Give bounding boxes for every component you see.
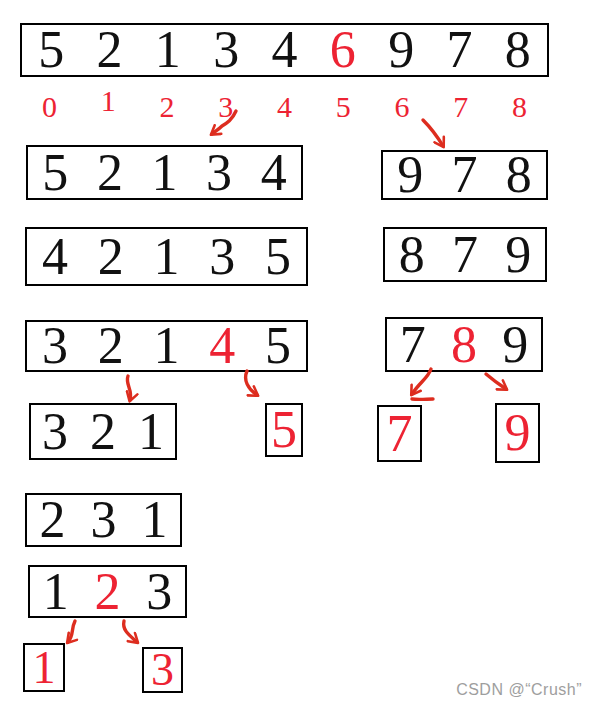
array-box-left-42135: 4 2 1 3 5 [25,227,308,286]
cell-root-5-pivot: 6 [330,24,356,76]
arrow-32145-to-5-icon [246,371,257,395]
array-box-root: 5 2 1 3 4 6 9 7 8 [20,23,549,77]
single-box-3: 3 [142,647,183,693]
watermark: CSDN @“Crush” [456,681,582,699]
cell-root-6: 9 [388,24,414,76]
index-label-4: 4 [255,92,314,122]
index-label-8: 8 [490,92,549,122]
array-box-123: 1 2 3 [28,565,187,618]
cell-right2-2: 9 [505,229,531,281]
array-box-right-879: 8 7 9 [383,227,547,282]
cell-left3-3-pivot: 4 [209,320,235,372]
cell-left1-0: 5 [42,147,68,199]
cell-root-2: 1 [155,24,181,76]
cell-left3-1: 2 [98,320,124,372]
cell-left3-0: 3 [42,320,68,372]
cell-left2-1: 2 [98,231,124,283]
arrow-789-to-9-icon [486,374,506,389]
cell-root-8: 8 [505,24,531,76]
cell-single-5: 5 [271,404,297,456]
cell-root-3: 3 [213,24,239,76]
cell-right2-1: 7 [452,229,478,281]
cell-right3-1-pivot: 8 [451,319,477,371]
cell-left6-2: 3 [146,566,172,618]
arrow-32145-to-321-icon [127,376,130,400]
array-box-left-52134: 5 2 1 3 4 [26,145,303,200]
single-box-9: 9 [495,403,540,463]
cell-left1-2: 1 [151,147,177,199]
cell-left1-3: 3 [206,147,232,199]
index-label-1: 1 [79,86,138,116]
cell-left5-0: 2 [40,494,66,546]
cell-single-9: 9 [505,407,531,459]
cell-root-7: 7 [446,24,472,76]
cell-left6-0: 1 [43,566,69,618]
quicksort-diagram: 5 2 1 3 4 6 9 7 8 0 1 2 3 4 5 6 7 8 5 2 … [0,0,590,711]
array-box-321: 3 2 1 [29,403,177,460]
index-row: 0 1 2 3 4 5 6 7 8 [20,92,549,120]
cell-left2-0: 4 [42,231,68,283]
cell-left3-4: 5 [265,320,291,372]
index-label-6: 6 [373,92,432,122]
cell-left5-1: 3 [91,494,117,546]
index-label-5: 5 [314,92,373,122]
cell-right2-0: 8 [399,229,425,281]
index-label-7: 7 [431,92,490,122]
arrow-123-to-1-icon [68,621,75,642]
cell-left4-1: 2 [90,406,116,458]
cell-left2-3: 3 [209,231,235,283]
single-box-7: 7 [377,405,422,462]
arrow-789-to-7-icon [412,369,431,394]
array-box-left-32145: 3 2 1 4 5 [25,320,308,372]
array-box-right-789: 7 8 9 [385,317,543,372]
cell-root-0: 5 [38,24,64,76]
cell-left6-1-pivot: 2 [94,566,120,618]
cell-root-1: 2 [96,24,122,76]
cell-single-7: 7 [387,408,413,460]
cell-single-1: 1 [33,645,56,691]
arrow-root-to-right-icon [423,120,443,146]
arrow-123-to-3-icon [124,621,137,642]
cell-right1-0: 9 [397,149,423,201]
single-box-5: 5 [265,403,303,457]
single-box-1: 1 [23,643,65,692]
cell-left1-4: 4 [261,147,287,199]
array-box-right-978: 9 7 8 [381,150,548,200]
cell-right3-2: 9 [502,319,528,371]
cell-right1-1: 7 [451,149,477,201]
index-label-3: 3 [196,92,255,122]
array-box-231: 2 3 1 [25,493,182,547]
index-label-2: 2 [138,92,197,122]
cell-root-4: 4 [271,24,297,76]
cell-left3-2: 1 [153,320,179,372]
cell-left4-2: 1 [138,406,164,458]
cell-right1-2: 8 [506,149,532,201]
index-label-0: 0 [20,92,79,122]
cell-left5-2: 1 [142,494,168,546]
cell-left2-2: 1 [153,231,179,283]
cell-right3-0: 7 [400,319,426,371]
cell-single-3: 3 [151,647,174,693]
cell-left2-4: 5 [265,231,291,283]
cell-left1-1: 2 [97,147,123,199]
cell-left4-0: 3 [42,406,68,458]
